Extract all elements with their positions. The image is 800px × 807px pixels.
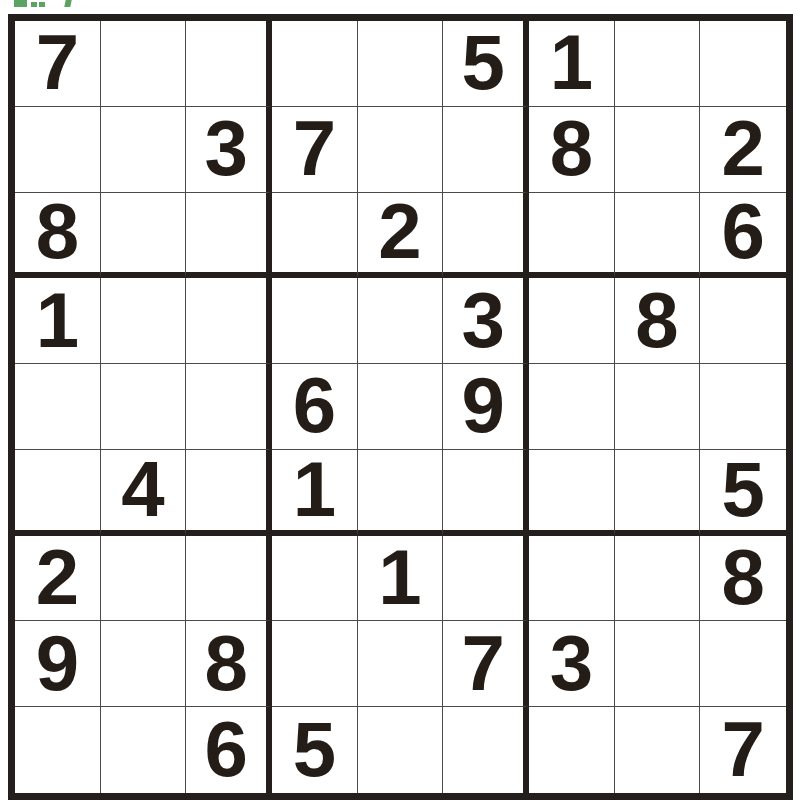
cell-r5c7[interactable] (529, 364, 615, 450)
given-digit: 3 (550, 624, 593, 702)
given-digit: 2 (721, 109, 764, 187)
cell-r2c2[interactable] (101, 107, 187, 193)
cell-r6c4[interactable]: 1 (272, 450, 358, 536)
cell-r3c8[interactable] (615, 193, 701, 279)
cell-r3c2[interactable] (101, 193, 187, 279)
given-digit: 3 (204, 109, 247, 187)
cell-r3c1[interactable]: 8 (15, 193, 101, 279)
cell-r5c1[interactable] (15, 364, 101, 450)
cell-r3c9[interactable]: 6 (700, 193, 786, 279)
given-digit: 5 (293, 710, 336, 788)
green-text-fragment (64, 0, 71, 7)
cell-r6c5[interactable] (358, 450, 444, 536)
cell-r8c4[interactable] (272, 621, 358, 707)
given-digit: 4 (121, 450, 164, 528)
cell-r9c7[interactable] (529, 707, 615, 793)
given-digit: 2 (36, 538, 79, 616)
cell-r4c9[interactable] (700, 278, 786, 364)
cell-r8c5[interactable] (358, 621, 444, 707)
cell-r7c3[interactable] (186, 536, 272, 622)
given-digit: 8 (204, 624, 247, 702)
cell-r1c2[interactable] (101, 21, 187, 107)
cell-r9c4[interactable]: 5 (272, 707, 358, 793)
cell-r7c1[interactable]: 2 (15, 536, 101, 622)
cell-r9c3[interactable]: 6 (186, 707, 272, 793)
cell-r4c4[interactable] (272, 278, 358, 364)
cell-r3c5[interactable]: 2 (358, 193, 444, 279)
cell-r2c8[interactable] (615, 107, 701, 193)
cell-r1c9[interactable] (700, 21, 786, 107)
cell-r5c2[interactable] (101, 364, 187, 450)
cell-r1c4[interactable] (272, 21, 358, 107)
cell-r2c7[interactable]: 8 (529, 107, 615, 193)
cell-r5c3[interactable] (186, 364, 272, 450)
given-digit: 7 (461, 624, 504, 702)
cell-r2c9[interactable]: 2 (700, 107, 786, 193)
cell-r9c5[interactable] (358, 707, 444, 793)
cell-r1c3[interactable] (186, 21, 272, 107)
cell-r2c6[interactable] (443, 107, 529, 193)
given-digit: 3 (461, 281, 504, 359)
cell-r9c2[interactable] (101, 707, 187, 793)
cell-r6c7[interactable] (529, 450, 615, 536)
cell-r4c8[interactable]: 8 (615, 278, 701, 364)
cell-r6c3[interactable] (186, 450, 272, 536)
given-digit: 1 (293, 450, 336, 528)
cell-r9c8[interactable] (615, 707, 701, 793)
cell-r7c2[interactable] (101, 536, 187, 622)
given-digit: 7 (721, 710, 764, 788)
cell-r7c8[interactable] (615, 536, 701, 622)
given-digit: 6 (293, 366, 336, 444)
cell-r1c8[interactable] (615, 21, 701, 107)
given-digit: 9 (461, 366, 504, 444)
cell-r7c4[interactable] (272, 536, 358, 622)
given-digit: 5 (461, 23, 504, 101)
cell-r8c8[interactable] (615, 621, 701, 707)
cell-r7c9[interactable]: 8 (700, 536, 786, 622)
cell-r5c9[interactable] (700, 364, 786, 450)
given-digit: 8 (635, 281, 678, 359)
cell-r8c1[interactable]: 9 (15, 621, 101, 707)
given-digit: 9 (36, 624, 79, 702)
cell-r5c6[interactable]: 9 (443, 364, 529, 450)
given-digit: 6 (204, 710, 247, 788)
cell-r4c5[interactable] (358, 278, 444, 364)
given-digit: 7 (293, 109, 336, 187)
cell-r4c6[interactable]: 3 (443, 278, 529, 364)
cell-r1c5[interactable] (358, 21, 444, 107)
given-digit: 8 (721, 538, 764, 616)
cell-r6c1[interactable] (15, 450, 101, 536)
cell-r2c1[interactable] (15, 107, 101, 193)
cell-r5c4[interactable]: 6 (272, 364, 358, 450)
cell-r4c7[interactable] (529, 278, 615, 364)
cell-r2c4[interactable]: 7 (272, 107, 358, 193)
green-text-fragment (31, 2, 37, 7)
cell-r7c6[interactable] (443, 536, 529, 622)
cell-r6c8[interactable] (615, 450, 701, 536)
green-text-fragment (39, 2, 45, 7)
cell-r8c2[interactable] (101, 621, 187, 707)
cell-r9c1[interactable] (15, 707, 101, 793)
given-digit: 1 (378, 538, 421, 616)
cell-r4c3[interactable] (186, 278, 272, 364)
given-digit: 8 (36, 192, 79, 270)
cell-r8c7[interactable]: 3 (529, 621, 615, 707)
page: 7513782826138694152189873657 (0, 0, 800, 807)
cell-r1c1[interactable]: 7 (15, 21, 101, 107)
cell-r6c6[interactable] (443, 450, 529, 536)
cell-r6c2[interactable]: 4 (101, 450, 187, 536)
cell-r2c5[interactable] (358, 107, 444, 193)
given-digit: 1 (550, 23, 593, 101)
given-digit: 8 (550, 109, 593, 187)
given-digit: 6 (721, 192, 764, 270)
cell-r8c6[interactable]: 7 (443, 621, 529, 707)
cell-r3c7[interactable] (529, 193, 615, 279)
cell-r3c6[interactable] (443, 193, 529, 279)
cell-r2c3[interactable]: 3 (186, 107, 272, 193)
cell-r3c3[interactable] (186, 193, 272, 279)
cell-r5c5[interactable] (358, 364, 444, 450)
cell-r3c4[interactable] (272, 193, 358, 279)
given-digit: 2 (378, 192, 421, 270)
cell-r8c9[interactable] (700, 621, 786, 707)
given-digit: 7 (36, 23, 79, 101)
sudoku-board: 7513782826138694152189873657 (8, 14, 793, 800)
cell-r6c9[interactable]: 5 (700, 450, 786, 536)
cell-r4c1[interactable]: 1 (15, 278, 101, 364)
cell-r4c2[interactable] (101, 278, 187, 364)
cell-r9c9[interactable]: 7 (700, 707, 786, 793)
cell-r8c3[interactable]: 8 (186, 621, 272, 707)
cell-r5c8[interactable] (615, 364, 701, 450)
cell-r1c7[interactable]: 1 (529, 21, 615, 107)
cell-r7c7[interactable] (529, 536, 615, 622)
given-digit: 1 (36, 281, 79, 359)
cell-r9c6[interactable] (443, 707, 529, 793)
given-digit: 5 (721, 450, 764, 528)
cell-r7c5[interactable]: 1 (358, 536, 444, 622)
green-text-fragment (14, 0, 27, 7)
cell-r1c6[interactable]: 5 (443, 21, 529, 107)
